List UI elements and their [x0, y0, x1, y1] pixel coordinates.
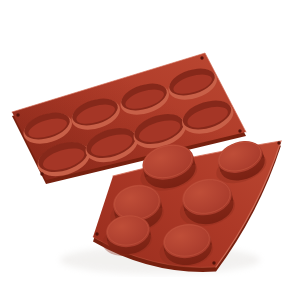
corner-hole [200, 56, 203, 59]
corner-hole [40, 172, 43, 175]
corner-hole [277, 141, 280, 144]
corner-hole [16, 113, 19, 116]
corner-hole [95, 232, 98, 235]
corner-hole [212, 261, 215, 264]
corner-hole [238, 129, 241, 132]
product-photo [0, 0, 300, 300]
photo-canvas [0, 0, 300, 300]
